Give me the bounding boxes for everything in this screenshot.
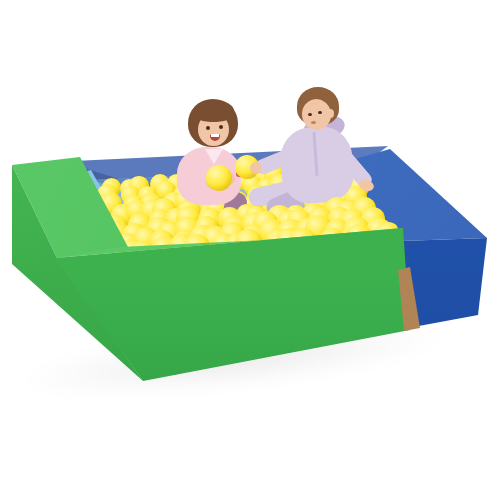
baby-left-eye (308, 113, 312, 116)
ball-pool-photo (0, 0, 500, 500)
baby-mouth (311, 121, 316, 124)
baby-ear (327, 109, 334, 118)
baby-right-eye (318, 111, 322, 114)
